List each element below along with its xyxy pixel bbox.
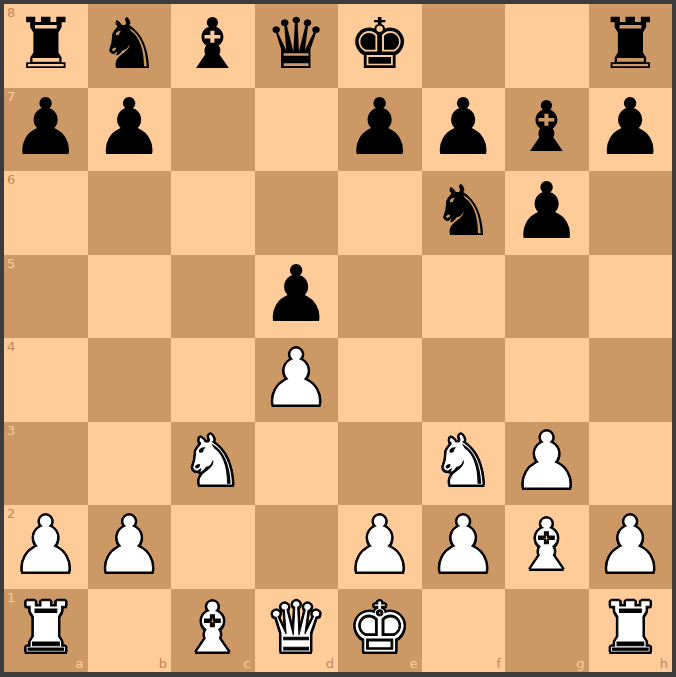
white-pawn[interactable]: ♟ — [94, 506, 164, 584]
square-d7[interactable] — [255, 88, 339, 172]
square-e7[interactable]: ♟ — [338, 88, 422, 172]
square-h4[interactable] — [589, 338, 673, 422]
square-e6[interactable] — [338, 171, 422, 255]
square-a6[interactable]: 6 — [4, 171, 88, 255]
rank-label-4: 4 — [7, 340, 15, 353]
white-bishop[interactable]: ♝ — [515, 510, 578, 580]
square-d6[interactable] — [255, 171, 339, 255]
rank-label-5: 5 — [7, 257, 15, 270]
square-e4[interactable] — [338, 338, 422, 422]
square-e2[interactable]: ♟ — [338, 505, 422, 589]
square-c6[interactable] — [171, 171, 255, 255]
white-pawn[interactable]: ♟ — [345, 506, 415, 584]
square-c1[interactable]: c♝ — [171, 589, 255, 673]
black-pawn[interactable]: ♟ — [261, 255, 331, 333]
white-pawn[interactable]: ♟ — [595, 506, 665, 584]
black-bishop[interactable]: ♝ — [181, 9, 244, 79]
black-pawn[interactable]: ♟ — [94, 88, 164, 166]
black-pawn[interactable]: ♟ — [512, 172, 582, 250]
square-d8[interactable]: ♛ — [255, 4, 339, 88]
square-e5[interactable] — [338, 255, 422, 339]
square-f4[interactable] — [422, 338, 506, 422]
square-b2[interactable]: ♟ — [88, 505, 172, 589]
square-g6[interactable]: ♟ — [505, 171, 589, 255]
chess-board-frame: 8♜♞♝♛♚♜7♟♟♟♟♝♟6♞♟5♟4♟3♞♞♟2♟♟♟♟♝♟1a♜bc♝d♛… — [0, 0, 676, 677]
white-queen[interactable]: ♛ — [265, 593, 328, 663]
square-a1[interactable]: 1a♜ — [4, 589, 88, 673]
file-label-c: c — [243, 657, 250, 670]
square-g8[interactable] — [505, 4, 589, 88]
black-rook[interactable]: ♜ — [599, 9, 662, 79]
square-h2[interactable]: ♟ — [589, 505, 673, 589]
square-a3[interactable]: 3 — [4, 422, 88, 506]
square-h3[interactable] — [589, 422, 673, 506]
black-knight[interactable]: ♞ — [432, 176, 495, 246]
square-g7[interactable]: ♝ — [505, 88, 589, 172]
square-d4[interactable]: ♟ — [255, 338, 339, 422]
square-c2[interactable] — [171, 505, 255, 589]
square-b4[interactable] — [88, 338, 172, 422]
black-pawn[interactable]: ♟ — [11, 88, 81, 166]
black-pawn[interactable]: ♟ — [428, 88, 498, 166]
black-rook[interactable]: ♜ — [14, 9, 77, 79]
square-a4[interactable]: 4 — [4, 338, 88, 422]
square-a7[interactable]: 7♟ — [4, 88, 88, 172]
square-f8[interactable] — [422, 4, 506, 88]
white-pawn[interactable]: ♟ — [261, 339, 331, 417]
square-b1[interactable]: b — [88, 589, 172, 673]
square-b6[interactable] — [88, 171, 172, 255]
square-f6[interactable]: ♞ — [422, 171, 506, 255]
rank-label-3: 3 — [7, 424, 15, 437]
square-e3[interactable] — [338, 422, 422, 506]
black-pawn[interactable]: ♟ — [595, 88, 665, 166]
square-e8[interactable]: ♚ — [338, 4, 422, 88]
square-b7[interactable]: ♟ — [88, 88, 172, 172]
chess-board: 8♜♞♝♛♚♜7♟♟♟♟♝♟6♞♟5♟4♟3♞♞♟2♟♟♟♟♝♟1a♜bc♝d♛… — [4, 4, 672, 672]
square-g3[interactable]: ♟ — [505, 422, 589, 506]
square-g5[interactable] — [505, 255, 589, 339]
white-pawn[interactable]: ♟ — [512, 422, 582, 500]
square-h6[interactable] — [589, 171, 673, 255]
square-d5[interactable]: ♟ — [255, 255, 339, 339]
white-bishop[interactable]: ♝ — [181, 593, 244, 663]
white-pawn[interactable]: ♟ — [428, 506, 498, 584]
square-e1[interactable]: e♚ — [338, 589, 422, 673]
white-knight[interactable]: ♞ — [432, 426, 495, 496]
file-label-g: g — [576, 657, 584, 670]
square-f3[interactable]: ♞ — [422, 422, 506, 506]
square-f1[interactable]: f — [422, 589, 506, 673]
square-f5[interactable] — [422, 255, 506, 339]
square-c3[interactable]: ♞ — [171, 422, 255, 506]
square-a2[interactable]: 2♟ — [4, 505, 88, 589]
white-rook[interactable]: ♜ — [599, 593, 662, 663]
square-h7[interactable]: ♟ — [589, 88, 673, 172]
square-d3[interactable] — [255, 422, 339, 506]
black-king[interactable]: ♚ — [348, 9, 411, 79]
black-queen[interactable]: ♛ — [265, 9, 328, 79]
square-c8[interactable]: ♝ — [171, 4, 255, 88]
square-h1[interactable]: h♜ — [589, 589, 673, 673]
rank-label-6: 6 — [7, 173, 15, 186]
white-knight[interactable]: ♞ — [181, 426, 244, 496]
square-c7[interactable] — [171, 88, 255, 172]
square-h8[interactable]: ♜ — [589, 4, 673, 88]
file-label-f: f — [496, 657, 501, 670]
white-rook[interactable]: ♜ — [14, 593, 77, 663]
white-king[interactable]: ♚ — [348, 593, 411, 663]
square-c5[interactable] — [171, 255, 255, 339]
square-g4[interactable] — [505, 338, 589, 422]
square-g1[interactable]: g — [505, 589, 589, 673]
white-pawn[interactable]: ♟ — [11, 506, 81, 584]
square-d1[interactable]: d♛ — [255, 589, 339, 673]
square-a8[interactable]: 8♜ — [4, 4, 88, 88]
black-bishop[interactable]: ♝ — [515, 92, 578, 162]
black-pawn[interactable]: ♟ — [345, 88, 415, 166]
square-h5[interactable] — [589, 255, 673, 339]
square-a5[interactable]: 5 — [4, 255, 88, 339]
square-b8[interactable]: ♞ — [88, 4, 172, 88]
square-f7[interactable]: ♟ — [422, 88, 506, 172]
square-b3[interactable] — [88, 422, 172, 506]
square-b5[interactable] — [88, 255, 172, 339]
square-f2[interactable]: ♟ — [422, 505, 506, 589]
square-c4[interactable] — [171, 338, 255, 422]
black-knight[interactable]: ♞ — [98, 9, 161, 79]
file-label-b: b — [159, 657, 167, 670]
square-g2[interactable]: ♝ — [505, 505, 589, 589]
square-d2[interactable] — [255, 505, 339, 589]
